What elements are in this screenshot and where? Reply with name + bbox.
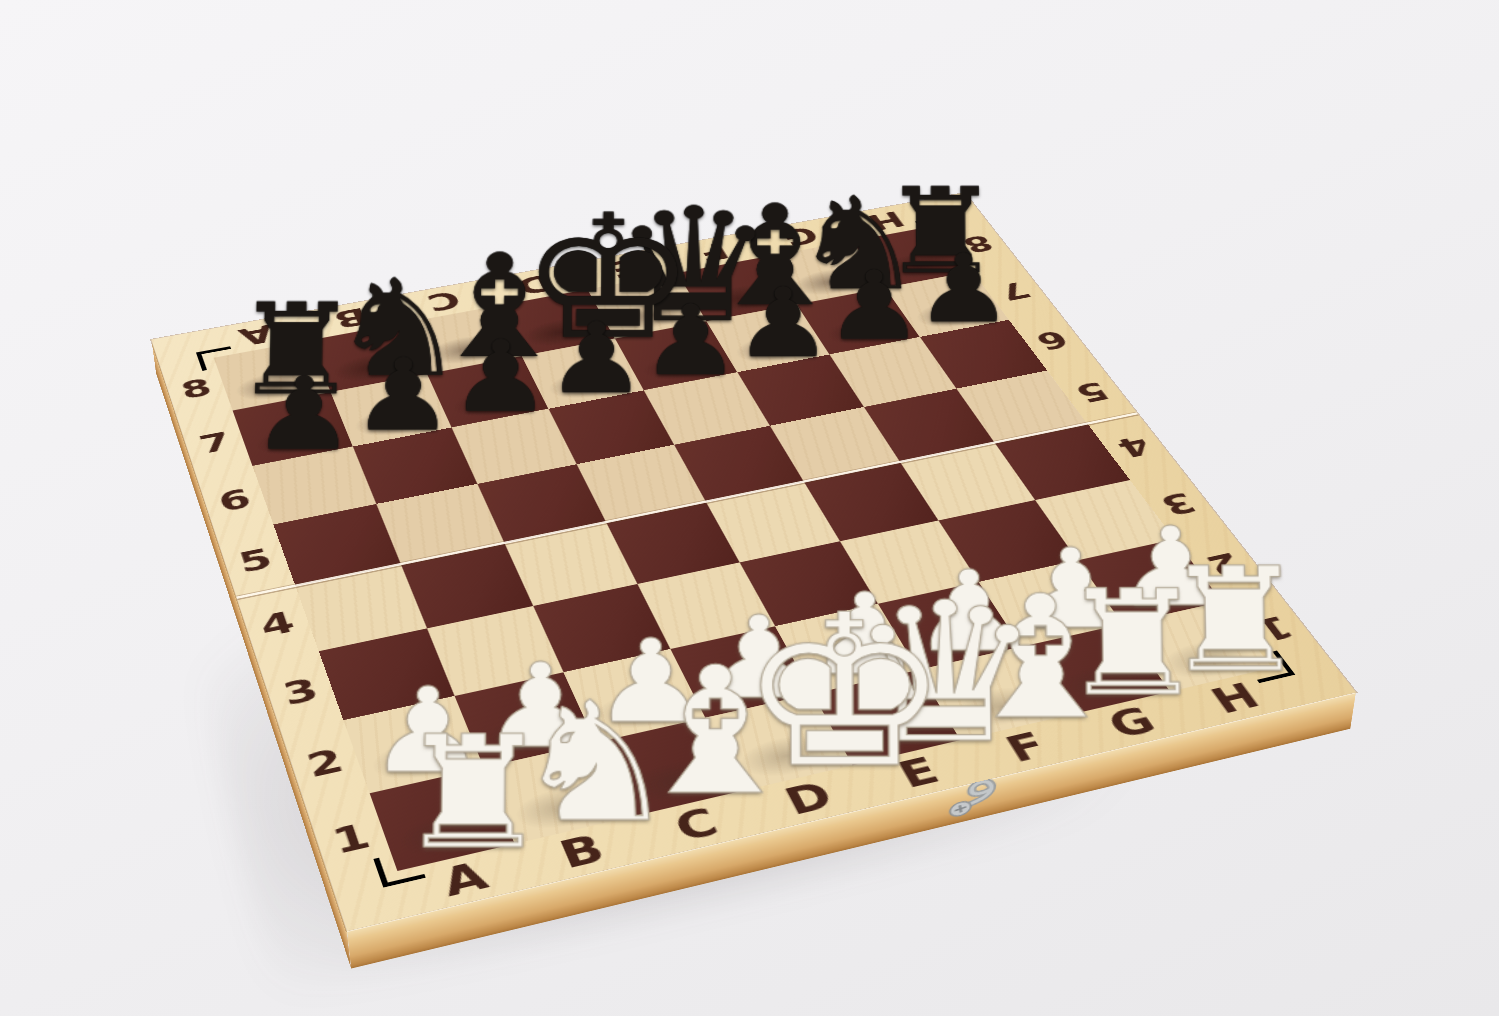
piece-black-pawn-a7[interactable]: ♟	[251, 363, 354, 464]
piece-black-pawn-c7[interactable]: ♟	[449, 327, 550, 426]
piece-black-pawn-e7[interactable]: ♟	[640, 292, 738, 390]
piece-white-rook-a1[interactable]: ♜	[394, 716, 516, 871]
piece-black-pawn-d7[interactable]: ♟	[545, 309, 645, 408]
square-b5[interactable]	[376, 484, 504, 565]
piece-black-pawn-f7[interactable]: ♟	[733, 275, 831, 372]
board-top-surface: ♜♞♝♚♛♝♞♜♟♟♟♟♟♟♟♟♟♟♟♟♟♟♟♟♜♞♝♚♛♝♜♜ 8765432…	[151, 193, 1356, 932]
scene: ♜♞♝♚♛♝♞♜♟♟♟♟♟♟♟♟♟♟♟♟♟♟♟♟♜♞♝♚♛♝♜♜ 8765432…	[0, 0, 1499, 1016]
piece-black-pawn-g7[interactable]: ♟	[825, 258, 922, 354]
piece-black-pawn-b7[interactable]: ♟	[351, 345, 453, 445]
chess-board: ♜♞♝♚♛♝♞♜♟♟♟♟♟♟♟♟♟♟♟♟♟♟♟♟♜♞♝♚♛♝♜♜ 8765432…	[151, 193, 1356, 932]
